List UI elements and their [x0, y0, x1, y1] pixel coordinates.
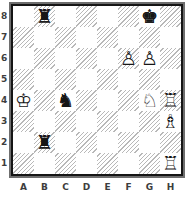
- square-a6[interactable]: [13, 48, 34, 69]
- chess-diagram: 87654321 ♜♜♚♚♟♙♟♙♚♔♞♞♞♘♜♖♝♗♜♜♜♖ ABCDEFGH: [0, 2, 185, 198]
- rank-label-1: 1: [0, 153, 9, 174]
- piece-white-king-a4[interactable]: ♚♔: [13, 90, 34, 111]
- square-f6[interactable]: ♟♙: [118, 48, 139, 69]
- black-knight-icon: ♞: [55, 90, 76, 111]
- square-d5[interactable]: [76, 69, 97, 90]
- square-c4[interactable]: ♞♞: [55, 90, 76, 111]
- square-h4[interactable]: ♜♖: [160, 90, 181, 111]
- piece-white-pawn-f6[interactable]: ♟♙: [118, 48, 139, 69]
- white-rook-icon: ♖: [160, 90, 181, 111]
- white-pawn-icon: ♙: [139, 48, 160, 69]
- square-h2[interactable]: [160, 132, 181, 153]
- square-f1[interactable]: [118, 153, 139, 174]
- white-king-icon: ♔: [13, 90, 34, 111]
- square-e3[interactable]: [97, 111, 118, 132]
- square-g8[interactable]: ♚♚: [139, 6, 160, 27]
- rank-label-8: 8: [0, 6, 9, 27]
- square-a5[interactable]: [13, 69, 34, 90]
- square-c1[interactable]: [55, 153, 76, 174]
- square-b7[interactable]: [34, 27, 55, 48]
- square-c6[interactable]: [55, 48, 76, 69]
- square-b4[interactable]: [34, 90, 55, 111]
- square-a2[interactable]: [13, 132, 34, 153]
- square-h3[interactable]: ♝♗: [160, 111, 181, 132]
- square-d8[interactable]: [76, 6, 97, 27]
- square-f3[interactable]: [118, 111, 139, 132]
- white-bishop-icon: ♗: [160, 111, 181, 132]
- square-g6[interactable]: ♟♙: [139, 48, 160, 69]
- white-pawn-icon: ♙: [118, 48, 139, 69]
- square-a8[interactable]: [13, 6, 34, 27]
- chess-diagram-page: 87654321 ♜♜♚♚♟♙♟♙♚♔♞♞♞♘♜♖♝♗♜♜♜♖ ABCDEFGH: [0, 0, 196, 200]
- file-labels: ABCDEFGH: [9, 182, 185, 198]
- square-h1[interactable]: ♜♖: [160, 153, 181, 174]
- square-h8[interactable]: [160, 6, 181, 27]
- piece-black-rook-b2[interactable]: ♜♜: [34, 132, 55, 153]
- square-c8[interactable]: [55, 6, 76, 27]
- square-b5[interactable]: [34, 69, 55, 90]
- white-rook-icon: ♖: [160, 153, 181, 174]
- square-b8[interactable]: ♜♜: [34, 6, 55, 27]
- square-a3[interactable]: [13, 111, 34, 132]
- square-c2[interactable]: [55, 132, 76, 153]
- file-label-b: B: [34, 182, 55, 198]
- rank-labels: 87654321: [0, 2, 9, 178]
- square-b3[interactable]: [34, 111, 55, 132]
- square-a4[interactable]: ♚♔: [13, 90, 34, 111]
- square-b2[interactable]: ♜♜: [34, 132, 55, 153]
- square-a7[interactable]: [13, 27, 34, 48]
- file-label-c: C: [55, 182, 76, 198]
- square-f4[interactable]: [118, 90, 139, 111]
- square-g3[interactable]: [139, 111, 160, 132]
- square-g2[interactable]: [139, 132, 160, 153]
- piece-white-pawn-g6[interactable]: ♟♙: [139, 48, 160, 69]
- rank-label-2: 2: [0, 132, 9, 153]
- file-label-e: E: [97, 182, 118, 198]
- piece-white-knight-g4[interactable]: ♞♘: [139, 90, 160, 111]
- file-label-d: D: [76, 182, 97, 198]
- square-e5[interactable]: [97, 69, 118, 90]
- rank-label-3: 3: [0, 111, 9, 132]
- square-c5[interactable]: [55, 69, 76, 90]
- square-e8[interactable]: [97, 6, 118, 27]
- square-e7[interactable]: [97, 27, 118, 48]
- file-label-g: G: [139, 182, 160, 198]
- square-a1[interactable]: [13, 153, 34, 174]
- square-e6[interactable]: [97, 48, 118, 69]
- square-d1[interactable]: [76, 153, 97, 174]
- square-d6[interactable]: [76, 48, 97, 69]
- chess-board: ♜♜♚♚♟♙♟♙♚♔♞♞♞♘♜♖♝♗♜♜♜♖: [11, 4, 183, 176]
- square-c7[interactable]: [55, 27, 76, 48]
- square-h7[interactable]: [160, 27, 181, 48]
- square-g4[interactable]: ♞♘: [139, 90, 160, 111]
- square-f8[interactable]: [118, 6, 139, 27]
- file-label-h: H: [160, 182, 181, 198]
- rank-label-7: 7: [0, 27, 9, 48]
- rank-label-6: 6: [0, 48, 9, 69]
- square-c3[interactable]: [55, 111, 76, 132]
- file-label-f: F: [118, 182, 139, 198]
- square-f2[interactable]: [118, 132, 139, 153]
- white-knight-icon: ♘: [139, 90, 160, 111]
- rank-label-5: 5: [0, 69, 9, 90]
- piece-black-knight-c4[interactable]: ♞♞: [55, 90, 76, 111]
- board-frame: ♜♜♚♚♟♙♟♙♚♔♞♞♞♘♜♖♝♗♜♜♜♖: [9, 2, 185, 178]
- piece-white-bishop-h3[interactable]: ♝♗: [160, 111, 181, 132]
- square-g1[interactable]: [139, 153, 160, 174]
- square-h6[interactable]: [160, 48, 181, 69]
- square-b1[interactable]: [34, 153, 55, 174]
- piece-black-king-g8[interactable]: ♚♚: [139, 6, 160, 27]
- square-d7[interactable]: [76, 27, 97, 48]
- square-e2[interactable]: [97, 132, 118, 153]
- square-d2[interactable]: [76, 132, 97, 153]
- square-h5[interactable]: [160, 69, 181, 90]
- black-rook-icon: ♜: [34, 132, 55, 153]
- black-rook-icon: ♜: [34, 6, 55, 27]
- rank-label-4: 4: [0, 90, 9, 111]
- square-f5[interactable]: [118, 69, 139, 90]
- square-g5[interactable]: [139, 69, 160, 90]
- square-e4[interactable]: [97, 90, 118, 111]
- file-label-a: A: [13, 182, 34, 198]
- square-f7[interactable]: [118, 27, 139, 48]
- square-g7[interactable]: [139, 27, 160, 48]
- square-b6[interactable]: [34, 48, 55, 69]
- piece-black-rook-b8[interactable]: ♜♜: [34, 6, 55, 27]
- square-d4[interactable]: [76, 90, 97, 111]
- piece-white-rook-h4[interactable]: ♜♖: [160, 90, 181, 111]
- black-king-icon: ♚: [139, 6, 160, 27]
- piece-white-rook-h1[interactable]: ♜♖: [160, 153, 181, 174]
- square-d3[interactable]: [76, 111, 97, 132]
- square-e1[interactable]: [97, 153, 118, 174]
